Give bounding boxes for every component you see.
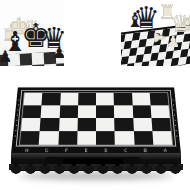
photo-standing-pieces: ♜ ♚ ♛ ♟ ♞ ♝ ♚ ♛ ♟ ♟	[0, 0, 64, 66]
light-square	[59, 118, 78, 131]
light-square	[78, 105, 96, 118]
light-square	[132, 93, 151, 105]
dark-square	[96, 105, 114, 118]
light-square	[41, 105, 60, 118]
dark-square	[40, 118, 59, 131]
case-side	[11, 153, 181, 171]
light-square	[152, 131, 172, 145]
light-square	[39, 131, 59, 145]
dark-square	[114, 93, 132, 105]
light-square	[114, 105, 133, 118]
dark-square	[114, 118, 133, 131]
white-pawn-piece: ♟	[166, 34, 180, 50]
light-square	[133, 118, 152, 131]
light-square	[60, 93, 78, 105]
dark-square	[77, 118, 96, 131]
product-image: ♜ ♚ ♛ ♟ ♞ ♝ ♚ ♛ ♟ ♟ ♝ ♛ ♝ ♜ ♟ ♛ ♟ ♚ HGFE…	[0, 0, 190, 190]
dark-square	[42, 93, 61, 105]
scalloped-edge	[9, 166, 183, 175]
board-grid	[19, 92, 173, 145]
light-square	[21, 118, 41, 131]
dark-square	[22, 105, 41, 118]
black-pawn-piece: ♟	[0, 49, 12, 65]
dark-square	[149, 93, 168, 105]
dark-square	[96, 131, 115, 145]
light-square	[150, 105, 169, 118]
white-king-piece: ♚	[181, 13, 190, 35]
dark-square	[132, 105, 151, 118]
dark-square	[20, 131, 40, 145]
light-square	[77, 131, 96, 145]
light-square	[96, 118, 115, 131]
board-top-face: HGFEDCBA	[11, 87, 181, 154]
light-square	[24, 93, 43, 105]
board-frame	[16, 90, 177, 147]
photo-fallen-pieces: ♝ ♛ ♝ ♜ ♟ ♛ ♟ ♚	[121, 2, 190, 66]
dark-square	[78, 93, 96, 105]
black-pawn-piece: ♟	[52, 45, 64, 61]
folded-chess-case: HGFEDCBA	[11, 76, 181, 171]
dark-square	[58, 131, 77, 145]
dark-square	[133, 131, 153, 145]
light-square	[115, 131, 134, 145]
light-square	[96, 93, 114, 105]
dark-square	[59, 105, 78, 118]
dark-square	[151, 118, 171, 131]
fallen-white-pawn-piece: ♟	[151, 31, 166, 44]
